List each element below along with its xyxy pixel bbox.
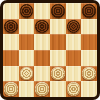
checker-piece-light[interactable] xyxy=(35,82,48,95)
square-r1c0[interactable] xyxy=(3,19,19,35)
checker-piece-light[interactable] xyxy=(20,67,33,80)
square-r4c4[interactable] xyxy=(66,66,82,82)
square-r4c1[interactable] xyxy=(19,66,35,82)
square-r1c2[interactable] xyxy=(34,19,50,35)
square-r5c5[interactable] xyxy=(81,81,97,97)
checker-piece-dark[interactable] xyxy=(67,20,80,33)
square-r5c1[interactable] xyxy=(19,81,35,97)
square-r1c3[interactable] xyxy=(50,19,66,35)
square-r3c5[interactable] xyxy=(81,50,97,66)
square-r5c0[interactable] xyxy=(3,81,19,97)
checker-piece-light[interactable] xyxy=(67,82,80,95)
checkers-app xyxy=(0,0,100,100)
square-r2c3[interactable] xyxy=(50,34,66,50)
square-r0c5[interactable] xyxy=(81,3,97,19)
square-r3c2[interactable] xyxy=(34,50,50,66)
square-r2c2[interactable] xyxy=(34,34,50,50)
checker-piece-light[interactable] xyxy=(82,67,95,80)
square-r2c0[interactable] xyxy=(3,34,19,50)
square-r3c3[interactable] xyxy=(50,50,66,66)
square-r2c5[interactable] xyxy=(81,34,97,50)
checker-piece-dark[interactable] xyxy=(51,4,64,17)
square-r2c1[interactable] xyxy=(19,34,35,50)
square-r0c1[interactable] xyxy=(19,3,35,19)
square-r4c3[interactable] xyxy=(50,66,66,82)
checker-piece-dark[interactable] xyxy=(20,4,33,17)
square-r0c3[interactable] xyxy=(50,3,66,19)
square-r5c4[interactable] xyxy=(66,81,82,97)
square-r0c0[interactable] xyxy=(3,3,19,19)
square-r1c5[interactable] xyxy=(81,19,97,35)
checker-piece-dark[interactable] xyxy=(82,4,95,17)
square-r5c3[interactable] xyxy=(50,81,66,97)
checkers-board xyxy=(3,3,97,97)
checker-piece-light[interactable] xyxy=(51,67,64,80)
square-r1c1[interactable] xyxy=(19,19,35,35)
square-r3c4[interactable] xyxy=(66,50,82,66)
board-frame xyxy=(0,0,100,100)
square-r3c0[interactable] xyxy=(3,50,19,66)
square-r5c2[interactable] xyxy=(34,81,50,97)
square-r2c4[interactable] xyxy=(66,34,82,50)
checker-piece-dark[interactable] xyxy=(4,20,17,33)
checker-piece-light[interactable] xyxy=(4,82,17,95)
square-r0c4[interactable] xyxy=(66,3,82,19)
square-r0c2[interactable] xyxy=(34,3,50,19)
square-r4c2[interactable] xyxy=(34,66,50,82)
checker-piece-dark[interactable] xyxy=(35,20,48,33)
square-r3c1[interactable] xyxy=(19,50,35,66)
square-r1c4[interactable] xyxy=(66,19,82,35)
square-r4c0[interactable] xyxy=(3,66,19,82)
square-r4c5[interactable] xyxy=(81,66,97,82)
